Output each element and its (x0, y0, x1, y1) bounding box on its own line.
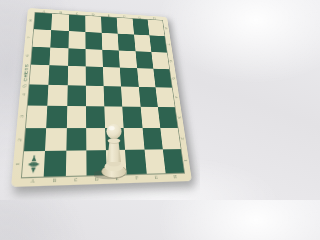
square-c8 (68, 15, 85, 32)
square-b5 (49, 65, 68, 85)
square-a5 (29, 65, 49, 85)
square-h3 (158, 107, 178, 128)
square-f6 (119, 50, 137, 68)
square-d5 (85, 67, 103, 86)
square-b6 (50, 47, 69, 66)
square-d8 (85, 16, 102, 33)
square-a1 (22, 151, 45, 177)
square-h5 (153, 69, 172, 88)
square-e5 (103, 67, 121, 86)
square-c3 (66, 106, 86, 128)
file-label-g: G (146, 174, 166, 180)
board-maker-logo-icon (26, 154, 42, 173)
square-b2 (45, 128, 66, 152)
square-h7 (149, 35, 167, 52)
square-a3 (26, 105, 48, 127)
photo-scene: ABCDEFGH ABCDEFGH 87654321 87654321 ♘ CH… (0, 0, 200, 200)
square-f5 (120, 68, 138, 87)
square-a4 (28, 84, 49, 105)
square-d7 (85, 32, 102, 50)
square-a8 (34, 13, 52, 30)
square-f8 (117, 18, 134, 35)
square-h4 (155, 87, 174, 107)
square-a2 (24, 128, 46, 152)
square-h6 (151, 52, 169, 70)
square-b8 (51, 14, 68, 31)
file-label-b: B (44, 177, 66, 183)
square-f7 (118, 33, 135, 50)
square-e6 (102, 49, 120, 67)
square-a6 (31, 46, 50, 65)
brand-knight-icon: ♘ (22, 83, 28, 88)
square-c2 (66, 128, 86, 151)
square-h1 (163, 149, 184, 173)
file-label-h: H (166, 174, 185, 180)
square-f4 (121, 86, 140, 106)
white-pawn (94, 118, 134, 180)
square-d6 (85, 49, 103, 68)
square-b3 (46, 106, 66, 128)
square-a7 (33, 29, 52, 47)
square-e7 (102, 33, 119, 51)
square-d4 (86, 86, 105, 106)
square-c1 (65, 151, 86, 176)
square-c5 (67, 66, 85, 86)
square-h8 (147, 20, 164, 36)
square-c6 (68, 48, 86, 67)
pawn-icon (94, 118, 134, 180)
square-h2 (160, 127, 181, 149)
square-c4 (67, 85, 86, 106)
file-label-c: C (65, 177, 86, 183)
square-b4 (48, 85, 68, 106)
square-e8 (101, 17, 118, 34)
square-b1 (44, 151, 66, 177)
square-e4 (104, 86, 123, 106)
square-c7 (68, 31, 85, 49)
file-label-a: A (21, 178, 43, 185)
square-b7 (51, 30, 69, 48)
